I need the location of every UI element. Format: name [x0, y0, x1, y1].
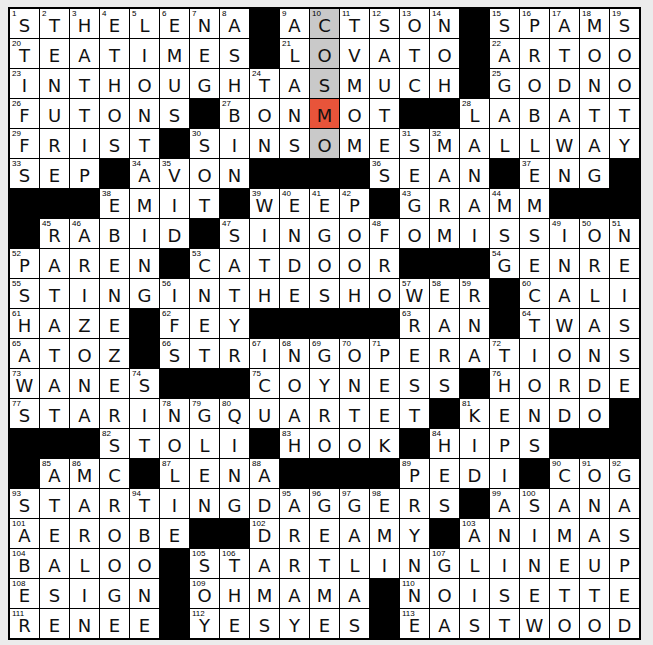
cell-r10c1[interactable]: 55S	[10, 279, 39, 308]
cell-r11c16[interactable]: N	[460, 309, 489, 338]
cell-r1c14[interactable]: 13O	[400, 9, 429, 38]
cell-r6c1[interactable]: 33S	[10, 159, 39, 188]
cell-r1c7[interactable]: 7N	[190, 9, 219, 38]
cell-r1c19[interactable]: 17A	[550, 9, 579, 38]
cell-r8c14[interactable]: O	[400, 219, 429, 248]
cell-r8c18[interactable]: S	[520, 219, 549, 248]
cell-r4c17[interactable]: A	[490, 99, 519, 128]
cell-r19c16[interactable]: L	[460, 549, 489, 578]
cell-r19c19[interactable]: E	[550, 549, 579, 578]
cell-r5c2[interactable]: R	[40, 129, 69, 158]
cell-r14c19[interactable]: D	[550, 399, 579, 428]
cell-r10c5[interactable]: G	[130, 279, 159, 308]
cell-r8c2[interactable]: 45R	[40, 219, 69, 248]
cell-r5c7[interactable]: 30S	[190, 129, 219, 158]
cell-r17c19[interactable]: A	[550, 489, 579, 518]
cell-r18c2[interactable]: E	[40, 519, 69, 548]
cell-r13c13[interactable]: E	[370, 369, 399, 398]
cell-r18c14[interactable]: Y	[400, 519, 429, 548]
cell-r9c17[interactable]: 54G	[490, 249, 519, 278]
cell-r12c21[interactable]: S	[610, 339, 639, 368]
cell-r4c3[interactable]: T	[70, 99, 99, 128]
cell-r10c11[interactable]: S	[310, 279, 339, 308]
cell-r18c20[interactable]: A	[580, 519, 609, 548]
cell-r14c10[interactable]: A	[280, 399, 309, 428]
cell-r18c9[interactable]: 102D	[250, 519, 279, 548]
cell-r14c3[interactable]: A	[70, 399, 99, 428]
cell-r5c10[interactable]: S	[280, 129, 309, 158]
cell-r20c18[interactable]: E	[520, 579, 549, 608]
cell-r5c20[interactable]: A	[580, 129, 609, 158]
cell-r1c15[interactable]: 14N	[430, 9, 459, 38]
cell-r5c12[interactable]: M	[340, 129, 369, 158]
cell-r3c4[interactable]: H	[100, 69, 129, 98]
cell-r10c13[interactable]: O	[370, 279, 399, 308]
cell-r18c19[interactable]: M	[550, 519, 579, 548]
cell-r11c20[interactable]: A	[580, 309, 609, 338]
cell-r2c8[interactable]: S	[220, 39, 249, 68]
cell-r14c17[interactable]: E	[490, 399, 519, 428]
cell-r13c17[interactable]: 76H	[490, 369, 519, 398]
cell-r6c13[interactable]: 36S	[370, 159, 399, 188]
cell-r15c15[interactable]: 84H	[430, 429, 459, 458]
cell-r6c16[interactable]: N	[460, 159, 489, 188]
cell-r3c13[interactable]: U	[370, 69, 399, 98]
cell-r21c2[interactable]: E	[40, 609, 69, 638]
cell-r8c11[interactable]: G	[310, 219, 339, 248]
cell-r13c14[interactable]: S	[400, 369, 429, 398]
cell-r9c11[interactable]: O	[310, 249, 339, 278]
cell-r5c3[interactable]: I	[70, 129, 99, 158]
cell-r20c16[interactable]: I	[460, 579, 489, 608]
cell-r9c3[interactable]: R	[70, 249, 99, 278]
cell-r2c7[interactable]: E	[190, 39, 219, 68]
cell-r20c2[interactable]: S	[40, 579, 69, 608]
cell-r14c11[interactable]: R	[310, 399, 339, 428]
cell-r13c1[interactable]: 73W	[10, 369, 39, 398]
cell-r15c12[interactable]: O	[340, 429, 369, 458]
cell-r10c6[interactable]: 56I	[160, 279, 189, 308]
cell-r9c2[interactable]: A	[40, 249, 69, 278]
cell-r1c3[interactable]: 3H	[70, 9, 99, 38]
cell-r20c11[interactable]: M	[310, 579, 339, 608]
cell-r9c5[interactable]: N	[130, 249, 159, 278]
cell-r5c18[interactable]: L	[520, 129, 549, 158]
cell-r12c6[interactable]: 66S	[160, 339, 189, 368]
cell-r2c12[interactable]: V	[340, 39, 369, 68]
cell-r3c11[interactable]: S	[310, 69, 339, 98]
cell-r2c20[interactable]: O	[580, 39, 609, 68]
cell-r21c9[interactable]: S	[250, 609, 279, 638]
cell-r18c21[interactable]: S	[610, 519, 639, 548]
cell-r12c15[interactable]: R	[430, 339, 459, 368]
cell-r19c15[interactable]: 107G	[430, 549, 459, 578]
cell-r2c6[interactable]: M	[160, 39, 189, 68]
cell-r16c21[interactable]: 92G	[610, 459, 639, 488]
cell-r12c4[interactable]: Z	[100, 339, 129, 368]
cell-r12c20[interactable]: N	[580, 339, 609, 368]
cell-r6c8[interactable]: N	[220, 159, 249, 188]
cell-r11c18[interactable]: 64T	[520, 309, 549, 338]
cell-r20c19[interactable]: T	[550, 579, 579, 608]
cell-r17c17[interactable]: 99A	[490, 489, 519, 518]
cell-r16c19[interactable]: 90C	[550, 459, 579, 488]
cell-r20c5[interactable]: N	[130, 579, 159, 608]
cell-r12c9[interactable]: 67I	[250, 339, 279, 368]
cell-r3c8[interactable]: H	[220, 69, 249, 98]
cell-r2c3[interactable]: A	[70, 39, 99, 68]
cell-r8c16[interactable]: I	[460, 219, 489, 248]
cell-r19c2[interactable]: A	[40, 549, 69, 578]
cell-r2c2[interactable]: E	[40, 39, 69, 68]
cell-r9c20[interactable]: R	[580, 249, 609, 278]
cell-r18c17[interactable]: N	[490, 519, 519, 548]
cell-r18c13[interactable]: M	[370, 519, 399, 548]
cell-r20c3[interactable]: I	[70, 579, 99, 608]
cell-r19c18[interactable]: N	[520, 549, 549, 578]
cell-r5c17[interactable]: L	[490, 129, 519, 158]
cell-r17c15[interactable]: S	[430, 489, 459, 518]
cell-r1c5[interactable]: 5L	[130, 9, 159, 38]
cell-r15c11[interactable]: O	[310, 429, 339, 458]
cell-r3c5[interactable]: O	[130, 69, 159, 98]
cell-r5c5[interactable]: T	[130, 129, 159, 158]
cell-r7c6[interactable]: I	[160, 189, 189, 218]
cell-r18c10[interactable]: R	[280, 519, 309, 548]
cell-r11c8[interactable]: Y	[220, 309, 249, 338]
cell-r11c15[interactable]: A	[430, 309, 459, 338]
cell-r14c2[interactable]: T	[40, 399, 69, 428]
cell-r3c3[interactable]: T	[70, 69, 99, 98]
cell-r14c13[interactable]: E	[370, 399, 399, 428]
cell-r2c14[interactable]: T	[400, 39, 429, 68]
cell-r20c1[interactable]: 108E	[10, 579, 39, 608]
cell-r21c17[interactable]: T	[490, 609, 519, 638]
cell-r9c4[interactable]: E	[100, 249, 129, 278]
cell-r5c1[interactable]: 29F	[10, 129, 39, 158]
cell-r7c9[interactable]: 39W	[250, 189, 279, 218]
cell-r15c10[interactable]: 83H	[280, 429, 309, 458]
cell-r19c8[interactable]: 106T	[220, 549, 249, 578]
cell-r10c10[interactable]: E	[280, 279, 309, 308]
cell-r8c5[interactable]: I	[130, 219, 159, 248]
cell-r20c15[interactable]: O	[430, 579, 459, 608]
cell-r4c18[interactable]: B	[520, 99, 549, 128]
cell-r2c13[interactable]: A	[370, 39, 399, 68]
cell-r18c6[interactable]: E	[160, 519, 189, 548]
cell-r17c4[interactable]: R	[100, 489, 129, 518]
cell-r4c2[interactable]: U	[40, 99, 69, 128]
cell-r21c12[interactable]: S	[340, 609, 369, 638]
cell-r4c19[interactable]: A	[550, 99, 579, 128]
cell-r15c13[interactable]: K	[370, 429, 399, 458]
cell-r7c17[interactable]: 44M	[490, 189, 519, 218]
cell-r10c12[interactable]: H	[340, 279, 369, 308]
cell-r21c11[interactable]: E	[310, 609, 339, 638]
cell-r21c10[interactable]: Y	[280, 609, 309, 638]
cell-r8c17[interactable]: S	[490, 219, 519, 248]
cell-r20c17[interactable]: S	[490, 579, 519, 608]
cell-r6c20[interactable]: G	[580, 159, 609, 188]
cell-r8c19[interactable]: 49I	[550, 219, 579, 248]
cell-r13c20[interactable]: D	[580, 369, 609, 398]
cell-r17c6[interactable]: I	[160, 489, 189, 518]
cell-r4c12[interactable]: O	[340, 99, 369, 128]
cell-r12c13[interactable]: 71P	[370, 339, 399, 368]
cell-r12c1[interactable]: 65A	[10, 339, 39, 368]
cell-r4c8[interactable]: 27B	[220, 99, 249, 128]
cell-r21c21[interactable]: D	[610, 609, 639, 638]
cell-r20c12[interactable]: A	[340, 579, 369, 608]
cell-r10c20[interactable]: L	[580, 279, 609, 308]
cell-r5c16[interactable]: A	[460, 129, 489, 158]
cell-r13c4[interactable]: E	[100, 369, 129, 398]
cell-r2c4[interactable]: T	[100, 39, 129, 68]
cell-r5c21[interactable]: Y	[610, 129, 639, 158]
cell-r7c7[interactable]: T	[190, 189, 219, 218]
cell-r21c3[interactable]: N	[70, 609, 99, 638]
cell-r11c6[interactable]: 62F	[160, 309, 189, 338]
cell-r14c18[interactable]: N	[520, 399, 549, 428]
cell-r5c9[interactable]: N	[250, 129, 279, 158]
cell-r7c10[interactable]: 40E	[280, 189, 309, 218]
cell-r8c20[interactable]: 50O	[580, 219, 609, 248]
cell-r13c3[interactable]: N	[70, 369, 99, 398]
cell-r13c15[interactable]: S	[430, 369, 459, 398]
cell-r14c16[interactable]: 81K	[460, 399, 489, 428]
cell-r7c14[interactable]: 43G	[400, 189, 429, 218]
cell-r7c11[interactable]: 41E	[310, 189, 339, 218]
cell-r4c16[interactable]: 28L	[460, 99, 489, 128]
cell-r3c18[interactable]: O	[520, 69, 549, 98]
cell-r5c15[interactable]: 32M	[430, 129, 459, 158]
cell-r15c16[interactable]: I	[460, 429, 489, 458]
cell-r7c12[interactable]: 42P	[340, 189, 369, 218]
cell-r18c3[interactable]: R	[70, 519, 99, 548]
cell-r9c12[interactable]: O	[340, 249, 369, 278]
cell-r14c12[interactable]: T	[340, 399, 369, 428]
cell-r17c5[interactable]: 94T	[130, 489, 159, 518]
cell-r3c9[interactable]: 24T	[250, 69, 279, 98]
cell-r6c2[interactable]: E	[40, 159, 69, 188]
cell-r20c7[interactable]: 109O	[190, 579, 219, 608]
cell-r14c9[interactable]: U	[250, 399, 279, 428]
cell-r3c7[interactable]: G	[190, 69, 219, 98]
cell-r1c4[interactable]: 4E	[100, 9, 129, 38]
cell-r1c8[interactable]: 8A	[220, 9, 249, 38]
cell-r5c11[interactable]: O	[310, 129, 339, 158]
cell-r20c10[interactable]: A	[280, 579, 309, 608]
cell-r2c11[interactable]: O	[310, 39, 339, 68]
cell-r15c6[interactable]: O	[160, 429, 189, 458]
cell-r11c3[interactable]: Z	[70, 309, 99, 338]
cell-r1c17[interactable]: 15S	[490, 9, 519, 38]
cell-r6c19[interactable]: N	[550, 159, 579, 188]
cell-r19c12[interactable]: L	[340, 549, 369, 578]
cell-r5c19[interactable]: W	[550, 129, 579, 158]
cell-r11c2[interactable]: A	[40, 309, 69, 338]
cell-r8c10[interactable]: N	[280, 219, 309, 248]
cell-r11c7[interactable]: E	[190, 309, 219, 338]
cell-r17c1[interactable]: 93S	[10, 489, 39, 518]
cell-r16c16[interactable]: D	[460, 459, 489, 488]
cell-r11c21[interactable]: S	[610, 309, 639, 338]
cell-r12c19[interactable]: O	[550, 339, 579, 368]
cell-r12c12[interactable]: 70O	[340, 339, 369, 368]
cell-r20c14[interactable]: 110N	[400, 579, 429, 608]
cell-r19c3[interactable]: L	[70, 549, 99, 578]
cell-r4c4[interactable]: O	[100, 99, 129, 128]
cell-r16c3[interactable]: 86M	[70, 459, 99, 488]
cell-r4c13[interactable]: T	[370, 99, 399, 128]
cell-r15c8[interactable]: I	[220, 429, 249, 458]
cell-r21c8[interactable]: E	[220, 609, 249, 638]
cell-r4c20[interactable]: T	[580, 99, 609, 128]
cell-r10c4[interactable]: N	[100, 279, 129, 308]
cell-r7c5[interactable]: M	[130, 189, 159, 218]
cell-r1c2[interactable]: 2T	[40, 9, 69, 38]
cell-r4c6[interactable]: S	[160, 99, 189, 128]
cell-r9c21[interactable]: E	[610, 249, 639, 278]
cell-r15c5[interactable]: T	[130, 429, 159, 458]
cell-r19c13[interactable]: I	[370, 549, 399, 578]
cell-r12c14[interactable]: E	[400, 339, 429, 368]
cell-r11c1[interactable]: 61H	[10, 309, 39, 338]
cell-r20c4[interactable]: G	[100, 579, 129, 608]
cell-r1c6[interactable]: 6E	[160, 9, 189, 38]
cell-r8c12[interactable]: O	[340, 219, 369, 248]
cell-r3c2[interactable]: N	[40, 69, 69, 98]
cell-r14c6[interactable]: 78N	[160, 399, 189, 428]
cell-r6c18[interactable]: 37E	[520, 159, 549, 188]
cell-r8c13[interactable]: 48F	[370, 219, 399, 248]
cell-r21c1[interactable]: 111R	[10, 609, 39, 638]
cell-r19c17[interactable]: I	[490, 549, 519, 578]
cell-r12c2[interactable]: T	[40, 339, 69, 368]
cell-r5c4[interactable]: S	[100, 129, 129, 158]
cell-r4c9[interactable]: O	[250, 99, 279, 128]
cell-r1c10[interactable]: 9A	[280, 9, 309, 38]
cell-r5c8[interactable]: I	[220, 129, 249, 158]
cell-r12c11[interactable]: 69G	[310, 339, 339, 368]
cell-r2c5[interactable]: I	[130, 39, 159, 68]
cell-r11c14[interactable]: 63R	[400, 309, 429, 338]
cell-r12c3[interactable]: O	[70, 339, 99, 368]
cell-r4c5[interactable]: N	[130, 99, 159, 128]
cell-r18c18[interactable]: I	[520, 519, 549, 548]
cell-r19c21[interactable]: P	[610, 549, 639, 578]
cell-r3c19[interactable]: D	[550, 69, 579, 98]
cell-r18c11[interactable]: E	[310, 519, 339, 548]
cell-r15c18[interactable]: S	[520, 429, 549, 458]
cell-r2c18[interactable]: R	[520, 39, 549, 68]
cell-r10c18[interactable]: 60C	[520, 279, 549, 308]
cell-r15c7[interactable]: L	[190, 429, 219, 458]
cell-r3c12[interactable]: M	[340, 69, 369, 98]
cell-r7c18[interactable]: M	[520, 189, 549, 218]
cell-r9c10[interactable]: D	[280, 249, 309, 278]
cell-r3c15[interactable]: H	[430, 69, 459, 98]
cell-r3c1[interactable]: 23I	[10, 69, 39, 98]
cell-r16c20[interactable]: 91O	[580, 459, 609, 488]
cell-r12c16[interactable]: A	[460, 339, 489, 368]
cell-r17c12[interactable]: 97G	[340, 489, 369, 518]
cell-r13c9[interactable]: 75C	[250, 369, 279, 398]
cell-r13c12[interactable]: N	[340, 369, 369, 398]
cell-r16c8[interactable]: N	[220, 459, 249, 488]
cell-r13c10[interactable]: O	[280, 369, 309, 398]
cell-r19c14[interactable]: N	[400, 549, 429, 578]
cell-r3c17[interactable]: 25G	[490, 69, 519, 98]
cell-r14c8[interactable]: 80Q	[220, 399, 249, 428]
cell-r14c4[interactable]: R	[100, 399, 129, 428]
cell-r14c7[interactable]: 79G	[190, 399, 219, 428]
cell-r3c6[interactable]: U	[160, 69, 189, 98]
cell-r4c11[interactable]: M	[310, 99, 339, 128]
cell-r21c4[interactable]: E	[100, 609, 129, 638]
cell-r9c9[interactable]: T	[250, 249, 279, 278]
cell-r10c19[interactable]: A	[550, 279, 579, 308]
cell-r9c1[interactable]: 52P	[10, 249, 39, 278]
cell-r12c7[interactable]: T	[190, 339, 219, 368]
cell-r17c20[interactable]: N	[580, 489, 609, 518]
cell-r2c17[interactable]: 22A	[490, 39, 519, 68]
cell-r5c14[interactable]: 31S	[400, 129, 429, 158]
cell-r2c1[interactable]: 20T	[10, 39, 39, 68]
cell-r9c13[interactable]: R	[370, 249, 399, 278]
cell-r16c14[interactable]: 89P	[400, 459, 429, 488]
cell-r15c17[interactable]: P	[490, 429, 519, 458]
cell-r15c4[interactable]: 82S	[100, 429, 129, 458]
cell-r16c15[interactable]: E	[430, 459, 459, 488]
cell-r20c9[interactable]: M	[250, 579, 279, 608]
cell-r3c21[interactable]: O	[610, 69, 639, 98]
cell-r14c20[interactable]: O	[580, 399, 609, 428]
cell-r7c4[interactable]: 38E	[100, 189, 129, 218]
cell-r14c1[interactable]: 77S	[10, 399, 39, 428]
cell-r6c14[interactable]: E	[400, 159, 429, 188]
cell-r11c4[interactable]: E	[100, 309, 129, 338]
cell-r1c18[interactable]: 16P	[520, 9, 549, 38]
cell-r21c19[interactable]: O	[550, 609, 579, 638]
cell-r1c11[interactable]: 10C	[310, 9, 339, 38]
cell-r18c16[interactable]: 103A	[460, 519, 489, 548]
cell-r16c2[interactable]: 85A	[40, 459, 69, 488]
cell-r19c7[interactable]: 105S	[190, 549, 219, 578]
cell-r9c18[interactable]: E	[520, 249, 549, 278]
cell-r1c20[interactable]: 18M	[580, 9, 609, 38]
cell-r1c12[interactable]: 11T	[340, 9, 369, 38]
cell-r7c15[interactable]: R	[430, 189, 459, 218]
cell-r10c16[interactable]: 59R	[460, 279, 489, 308]
cell-r17c18[interactable]: 100S	[520, 489, 549, 518]
cell-r21c16[interactable]: S	[460, 609, 489, 638]
cell-r17c2[interactable]: T	[40, 489, 69, 518]
cell-r6c5[interactable]: 34A	[130, 159, 159, 188]
cell-r16c9[interactable]: 88A	[250, 459, 279, 488]
cell-r7c16[interactable]: A	[460, 189, 489, 218]
cell-r4c1[interactable]: 26F	[10, 99, 39, 128]
cell-r9c8[interactable]: A	[220, 249, 249, 278]
cell-r10c9[interactable]: H	[250, 279, 279, 308]
cell-r16c7[interactable]: E	[190, 459, 219, 488]
cell-r5c13[interactable]: E	[370, 129, 399, 158]
cell-r10c8[interactable]: T	[220, 279, 249, 308]
cell-r14c5[interactable]: I	[130, 399, 159, 428]
cell-r11c19[interactable]: W	[550, 309, 579, 338]
cell-r8c8[interactable]: 47S	[220, 219, 249, 248]
cell-r1c21[interactable]: 19S	[610, 9, 639, 38]
